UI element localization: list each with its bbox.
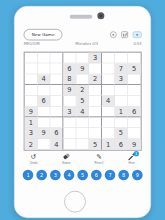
sudoku-cell-r9c5[interactable]: [76, 139, 89, 150]
sudoku-cell-r8c3[interactable]: 6: [50, 128, 63, 139]
sudoku-cell-r7c7[interactable]: [102, 117, 115, 128]
sudoku-cell-r1c8[interactable]: [115, 53, 128, 64]
sudoku-cell-r4c4[interactable]: 9: [63, 85, 76, 96]
sudoku-cell-r6c3[interactable]: [50, 107, 63, 118]
number-key-3[interactable]: 3: [50, 170, 61, 181]
sudoku-cell-r5c7[interactable]: 4: [102, 96, 115, 107]
sudoku-cell-r3c8[interactable]: 3: [115, 74, 128, 85]
hint-button[interactable]: Hint 1: [122, 153, 142, 165]
undo-button[interactable]: ↺ Undo: [24, 153, 44, 165]
sudoku-cell-r9c1[interactable]: 2: [25, 139, 38, 150]
sudoku-cell-r3c7[interactable]: [102, 74, 115, 85]
sudoku-cell-r9c6[interactable]: 5: [89, 139, 102, 150]
sudoku-cell-r6c7[interactable]: [102, 107, 115, 118]
sudoku-cell-r9c4[interactable]: [63, 139, 76, 150]
sudoku-cell-r5c5[interactable]: 5: [76, 96, 89, 107]
sudoku-cell-r1c7[interactable]: [102, 53, 115, 64]
phone-mockup: New Game MEDIUM Mistakes 0/3 0:53 369754…: [14, 6, 151, 218]
mistakes-counter: Mistakes 0/3: [75, 41, 98, 45]
sudoku-cell-r6c1[interactable]: 9: [25, 107, 38, 118]
sudoku-cell-r3c9[interactable]: [128, 74, 141, 85]
sudoku-cell-r1c1[interactable]: [25, 53, 38, 64]
sudoku-cell-r7c4[interactable]: [63, 117, 76, 128]
number-key-1[interactable]: 1: [23, 170, 34, 181]
sudoku-cell-r5c9[interactable]: [128, 96, 141, 107]
sudoku-cell-r3c2[interactable]: 4: [38, 74, 51, 85]
sudoku-cell-r8c5[interactable]: [76, 128, 89, 139]
sudoku-cell-r4c6[interactable]: [89, 85, 102, 96]
sudoku-cell-r2c1[interactable]: [25, 63, 38, 74]
sudoku-cell-r4c3[interactable]: [50, 85, 63, 96]
sudoku-board: 369754823926549341613965245169: [24, 52, 142, 151]
sudoku-cell-r8c4[interactable]: [63, 128, 76, 139]
sudoku-cell-r2c3[interactable]: [50, 63, 63, 74]
sudoku-cell-r4c1[interactable]: [25, 85, 38, 96]
screenshot-viewport: New Game MEDIUM Mistakes 0/3 0:53 369754…: [0, 0, 165, 220]
sudoku-cell-r5c1[interactable]: [25, 96, 38, 107]
toolbar: ↺ Undo Erase ✎ Pencil Hint 1: [24, 153, 142, 165]
sudoku-cell-r7c8[interactable]: [115, 117, 128, 128]
sudoku-cell-r5c3[interactable]: [50, 96, 63, 107]
sudoku-cell-r2c8[interactable]: 7: [115, 63, 128, 74]
sudoku-cell-r9c3[interactable]: 4: [50, 139, 63, 150]
sudoku-cell-r5c8[interactable]: [115, 96, 128, 107]
desktop-background: New Game MEDIUM Mistakes 0/3 0:53 369754…: [0, 0, 165, 220]
sudoku-cell-r4c7[interactable]: [102, 85, 115, 96]
sudoku-cell-r6c5[interactable]: 4: [76, 107, 89, 118]
sudoku-cell-r2c5[interactable]: 9: [76, 63, 89, 74]
sudoku-cell-r4c8[interactable]: [115, 85, 128, 96]
sudoku-cell-r7c3[interactable]: [50, 117, 63, 128]
sudoku-cell-r6c4[interactable]: 3: [63, 107, 76, 118]
sudoku-cell-r2c9[interactable]: 5: [128, 63, 141, 74]
app-header: New Game: [24, 29, 142, 41]
sudoku-cell-r5c4[interactable]: [63, 96, 76, 107]
statistics-icon[interactable]: [121, 31, 128, 38]
pencil-icon: ✎: [96, 153, 102, 160]
sudoku-cell-r8c9[interactable]: [128, 128, 141, 139]
sudoku-cell-r8c7[interactable]: [102, 128, 115, 139]
sudoku-cell-r3c3[interactable]: [50, 74, 63, 85]
sudoku-cell-r1c9[interactable]: [128, 53, 141, 64]
sudoku-cell-r2c7[interactable]: [102, 63, 115, 74]
sudoku-cell-r7c1[interactable]: 1: [25, 117, 38, 128]
sudoku-cell-r2c2[interactable]: [38, 63, 51, 74]
sudoku-cell-r9c7[interactable]: 1: [102, 139, 115, 150]
sudoku-cell-r4c2[interactable]: [38, 85, 51, 96]
sudoku-cell-r9c2[interactable]: [38, 139, 51, 150]
sudoku-cell-r2c6[interactable]: [89, 63, 102, 74]
sudoku-cell-r1c6[interactable]: 3: [89, 53, 102, 64]
sudoku-cell-r1c2[interactable]: [38, 53, 51, 64]
undo-icon: ↺: [31, 153, 37, 160]
new-game-button[interactable]: New Game: [24, 29, 63, 40]
sudoku-cell-r1c3[interactable]: [50, 53, 63, 64]
sudoku-cell-r1c5[interactable]: [76, 53, 89, 64]
eraser-icon: [63, 153, 69, 160]
settings-icon[interactable]: [133, 31, 142, 38]
sudoku-cell-r5c6[interactable]: [89, 96, 102, 107]
sudoku-cell-r3c4[interactable]: 8: [63, 74, 76, 85]
sudoku-cell-r3c5[interactable]: [76, 74, 89, 85]
sudoku-cell-r9c8[interactable]: 6: [115, 139, 128, 150]
hint-label: Hint: [129, 161, 135, 164]
timer: 0:53: [133, 41, 141, 45]
sudoku-cell-r5c2[interactable]: 6: [38, 96, 51, 107]
home-button[interactable]: [64, 191, 86, 213]
sudoku-cell-r3c1[interactable]: [25, 74, 38, 85]
number-key-4[interactable]: 4: [64, 170, 75, 181]
phone-speaker: [70, 15, 93, 19]
number-key-6[interactable]: 6: [91, 170, 102, 181]
number-key-9[interactable]: 9: [132, 170, 143, 181]
theme-icon[interactable]: [110, 31, 117, 38]
sudoku-cell-r7c9[interactable]: [128, 117, 141, 128]
number-key-7[interactable]: 7: [105, 170, 116, 181]
undo-label: Undo: [30, 161, 38, 164]
sudoku-cell-r6c6[interactable]: [89, 107, 102, 118]
status-bar: MEDIUM Mistakes 0/3 0:53: [24, 41, 142, 45]
sudoku-cell-r9c9[interactable]: 9: [128, 139, 141, 150]
number-key-2[interactable]: 2: [36, 170, 47, 181]
sudoku-cell-r2c4[interactable]: 6: [63, 63, 76, 74]
erase-label: Erase: [62, 161, 70, 164]
sudoku-cell-r6c9[interactable]: 6: [128, 107, 141, 118]
hint-count-badge: 1: [134, 151, 139, 156]
sudoku-cell-r1c4[interactable]: [63, 53, 76, 64]
number-pad: 123456789: [23, 170, 143, 181]
sudoku-cell-r4c5[interactable]: 2: [76, 85, 89, 96]
sudoku-cell-r7c2[interactable]: [38, 117, 51, 128]
number-key-5[interactable]: 5: [77, 170, 88, 181]
sudoku-cell-r7c6[interactable]: [89, 117, 102, 128]
pencil-button[interactable]: ✎ Pencil: [89, 153, 109, 165]
sudoku-cell-r3c6[interactable]: 2: [89, 74, 102, 85]
sudoku-cell-r8c6[interactable]: [89, 128, 102, 139]
sudoku-cell-r6c2[interactable]: [38, 107, 51, 118]
sudoku-cell-r8c2[interactable]: 9: [38, 128, 51, 139]
sudoku-cell-r8c8[interactable]: 5: [115, 128, 128, 139]
sudoku-cell-r4c9[interactable]: [128, 85, 141, 96]
sudoku-cell-r7c5[interactable]: [76, 117, 89, 128]
phone-camera: [97, 12, 104, 19]
sudoku-cell-r6c8[interactable]: 1: [115, 107, 128, 118]
pencil-label: Pencil: [95, 161, 104, 164]
sudoku-cell-r8c1[interactable]: 3: [25, 128, 38, 139]
difficulty-label: MEDIUM: [24, 41, 40, 45]
header-icons: [110, 31, 142, 38]
number-key-8[interactable]: 8: [118, 170, 129, 181]
erase-button[interactable]: Erase: [56, 153, 76, 165]
